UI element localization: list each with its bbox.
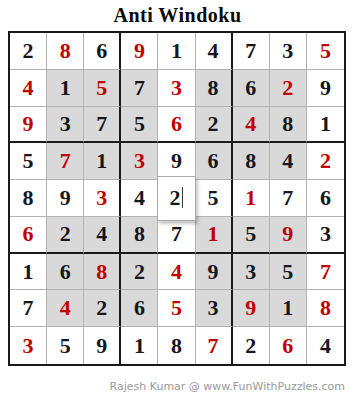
cell-digit: 7 <box>96 113 107 135</box>
cell-digit: 4 <box>171 261 182 283</box>
cell-digit: 2 <box>169 187 180 209</box>
cell-r1c2[interactable]: 8 <box>47 33 84 70</box>
cell-r5c7[interactable]: 1 <box>233 180 270 217</box>
cell-r6c9[interactable]: 3 <box>307 217 344 254</box>
cell-r3c7[interactable]: 4 <box>233 107 270 144</box>
cell-digit: 2 <box>23 40 34 62</box>
cell-r5c6[interactable]: 5 <box>196 180 233 217</box>
cell-r8c8[interactable]: 1 <box>270 290 307 327</box>
cell-digit: 3 <box>320 223 331 245</box>
cell-r1c6[interactable]: 4 <box>196 33 233 70</box>
cell-digit: 8 <box>171 335 182 357</box>
cell-digit: 4 <box>320 335 331 357</box>
cell-digit: 7 <box>208 335 219 357</box>
cell-r2c3[interactable]: 5 <box>84 70 121 107</box>
cell-digit: 8 <box>208 77 219 99</box>
cell-r2c7[interactable]: 6 <box>233 70 270 107</box>
cell-digit: 5 <box>320 40 331 62</box>
cell-r7c2[interactable]: 6 <box>47 254 84 291</box>
cell-digit: 4 <box>96 223 107 245</box>
cell-digit: 2 <box>60 223 71 245</box>
cell-digit: 4 <box>208 40 219 62</box>
cell-digit: 6 <box>23 223 34 245</box>
cell-r6c3[interactable]: 4 <box>84 217 121 254</box>
cell-digit: 6 <box>282 335 293 357</box>
cell-digit: 8 <box>60 40 71 62</box>
cell-digit: 6 <box>134 297 145 319</box>
cell-digit: 4 <box>282 150 293 172</box>
cell-digit: 8 <box>320 297 331 319</box>
cell-r3c6[interactable]: 2 <box>196 107 233 144</box>
cell-r6c2[interactable]: 2 <box>47 217 84 254</box>
cell-r3c3[interactable]: 7 <box>84 107 121 144</box>
cell-r2c4[interactable]: 7 <box>121 70 158 107</box>
cell-r5c5[interactable]: 2 <box>158 180 195 217</box>
cell-digit: 9 <box>23 113 34 135</box>
cell-digit: 6 <box>96 40 107 62</box>
cell-r8c9[interactable]: 8 <box>307 290 344 327</box>
cell-r5c8[interactable]: 7 <box>270 180 307 217</box>
cell-r9c7[interactable]: 2 <box>233 327 270 364</box>
cell-digit: 3 <box>208 297 219 319</box>
cell-r5c4[interactable]: 4 <box>121 180 158 217</box>
cell-r8c6[interactable]: 3 <box>196 290 233 327</box>
cell-r7c3[interactable]: 8 <box>84 254 121 291</box>
cell-digit: 7 <box>60 150 71 172</box>
cell-digit: 3 <box>134 150 145 172</box>
cell-r6c1[interactable]: 6 <box>10 217 47 254</box>
cell-r9c1[interactable]: 3 <box>10 327 47 364</box>
credit-line: Rajesh Kumar @ www.FunWithPuzzles.com <box>0 380 345 393</box>
cell-digit: 5 <box>134 113 145 135</box>
cell-digit: 1 <box>245 187 256 209</box>
cell-r7c6[interactable]: 9 <box>196 254 233 291</box>
cell-digit: 7 <box>23 297 34 319</box>
cell-digit: 7 <box>282 187 293 209</box>
cell-digit: 9 <box>60 187 71 209</box>
cell-digit: 1 <box>282 297 293 319</box>
cell-digit: 2 <box>245 335 256 357</box>
cell-r9c2[interactable]: 5 <box>47 327 84 364</box>
cell-r8c5[interactable]: 5 <box>158 290 195 327</box>
cell-digit: 1 <box>320 113 331 135</box>
cell-digit: 8 <box>245 150 256 172</box>
cell-r3c8[interactable]: 8 <box>270 107 307 144</box>
cell-r8c4[interactable]: 6 <box>121 290 158 327</box>
cell-r6c8[interactable]: 9 <box>270 217 307 254</box>
cell-digit: 6 <box>245 77 256 99</box>
cell-r7c8[interactable]: 5 <box>270 254 307 291</box>
cell-r8c3[interactable]: 2 <box>84 290 121 327</box>
cell-digit: 4 <box>60 297 71 319</box>
cell-digit: 3 <box>23 335 34 357</box>
cell-r9c8[interactable]: 6 <box>270 327 307 364</box>
cell-r4c6[interactable]: 6 <box>196 143 233 180</box>
cell-r9c9[interactable]: 4 <box>307 327 344 364</box>
cell-r9c3[interactable]: 9 <box>84 327 121 364</box>
cell-r5c2[interactable]: 9 <box>47 180 84 217</box>
cell-r1c1[interactable]: 2 <box>10 33 47 70</box>
cell-r1c9[interactable]: 5 <box>307 33 344 70</box>
cell-r3c9[interactable]: 1 <box>307 107 344 144</box>
cell-digit: 1 <box>23 261 34 283</box>
cell-r1c4[interactable]: 9 <box>121 33 158 70</box>
cell-r4c1[interactable]: 5 <box>10 143 47 180</box>
cell-digit: 4 <box>134 187 145 209</box>
cell-digit: 5 <box>171 297 182 319</box>
cell-digit: 2 <box>320 150 331 172</box>
cell-r5c3[interactable]: 3 <box>84 180 121 217</box>
cell-digit: 5 <box>23 150 34 172</box>
cell-r3c5[interactable]: 6 <box>158 107 195 144</box>
cell-r4c7[interactable]: 8 <box>233 143 270 180</box>
cell-r9c5[interactable]: 8 <box>158 327 195 364</box>
cell-r4c4[interactable]: 3 <box>121 143 158 180</box>
cell-digit: 9 <box>245 297 256 319</box>
cell-digit: 6 <box>208 150 219 172</box>
cell-digit: 2 <box>134 261 145 283</box>
cell-digit: 9 <box>282 223 293 245</box>
cell-r6c7[interactable]: 5 <box>233 217 270 254</box>
cell-digit: 7 <box>134 77 145 99</box>
cell-digit: 9 <box>96 335 107 357</box>
cell-r3c2[interactable]: 3 <box>47 107 84 144</box>
cell-r8c7[interactable]: 9 <box>233 290 270 327</box>
cell-r1c8[interactable]: 3 <box>270 33 307 70</box>
cell-digit: 2 <box>96 297 107 319</box>
cell-digit: 6 <box>60 261 71 283</box>
cell-digit: 1 <box>134 335 145 357</box>
cell-r6c6[interactable]: 1 <box>196 217 233 254</box>
cell-digit: 9 <box>134 40 145 62</box>
cell-r1c7[interactable]: 7 <box>233 33 270 70</box>
cell-r3c4[interactable]: 5 <box>121 107 158 144</box>
cell-r9c4[interactable]: 1 <box>121 327 158 364</box>
cell-r5c9[interactable]: 6 <box>307 180 344 217</box>
cell-r8c2[interactable]: 4 <box>47 290 84 327</box>
cell-digit: 8 <box>96 261 107 283</box>
cell-r1c5[interactable]: 1 <box>158 33 195 70</box>
cell-r7c4[interactable]: 2 <box>121 254 158 291</box>
cell-r2c5[interactable]: 3 <box>158 70 195 107</box>
cell-digit: 8 <box>134 223 145 245</box>
cell-r4c2[interactable]: 7 <box>47 143 84 180</box>
cell-r2c6[interactable]: 8 <box>196 70 233 107</box>
cell-r6c4[interactable]: 8 <box>121 217 158 254</box>
puzzle-title: Anti Windoku <box>0 4 355 27</box>
cell-digit: 5 <box>96 77 107 99</box>
cell-digit: 1 <box>208 223 219 245</box>
text-caret <box>182 187 183 208</box>
cell-r4c3[interactable]: 1 <box>84 143 121 180</box>
cell-r2c2[interactable]: 1 <box>47 70 84 107</box>
cell-digit: 2 <box>282 77 293 99</box>
cell-digit: 6 <box>171 113 182 135</box>
cell-digit: 1 <box>60 77 71 99</box>
cell-digit: 5 <box>282 261 293 283</box>
cell-r8c1[interactable]: 7 <box>10 290 47 327</box>
cell-r2c8[interactable]: 2 <box>270 70 307 107</box>
cell-digit: 9 <box>320 77 331 99</box>
cell-r9c6[interactable]: 7 <box>196 327 233 364</box>
cell-r6c5[interactable]: 7 <box>158 217 195 254</box>
cell-r5c1[interactable]: 8 <box>10 180 47 217</box>
cell-r7c9[interactable]: 7 <box>307 254 344 291</box>
cell-r4c9[interactable]: 2 <box>307 143 344 180</box>
cell-digit: 2 <box>208 113 219 135</box>
cell-digit: 5 <box>245 223 256 245</box>
cell-digit: 4 <box>23 77 34 99</box>
cell-digit: 8 <box>23 187 34 209</box>
cell-digit: 8 <box>282 113 293 135</box>
cell-digit: 1 <box>171 40 182 62</box>
cell-r1c3[interactable]: 6 <box>84 33 121 70</box>
cell-r2c9[interactable]: 9 <box>307 70 344 107</box>
cell-digit: 7 <box>245 40 256 62</box>
cell-r7c5[interactable]: 4 <box>158 254 195 291</box>
cell-digit: 4 <box>245 113 256 135</box>
cell-digit: 3 <box>96 187 107 209</box>
cell-digit: 3 <box>245 261 256 283</box>
cell-digit: 3 <box>171 77 182 99</box>
cell-r7c1[interactable]: 1 <box>10 254 47 291</box>
cell-digit: 9 <box>208 261 219 283</box>
cell-r4c5[interactable]: 9 <box>158 143 195 180</box>
cell-digit: 7 <box>320 261 331 283</box>
sudoku-grid: 2869147354157386299375624815713968428934… <box>8 31 346 366</box>
cell-r4c8[interactable]: 4 <box>270 143 307 180</box>
cell-digit: 5 <box>60 335 71 357</box>
cell-r3c1[interactable]: 9 <box>10 107 47 144</box>
cell-r7c7[interactable]: 3 <box>233 254 270 291</box>
cell-digit: 3 <box>60 113 71 135</box>
cell-digit: 5 <box>208 187 219 209</box>
cell-digit: 1 <box>96 150 107 172</box>
cell-digit: 3 <box>282 40 293 62</box>
cell-digit: 6 <box>320 187 331 209</box>
cell-r2c1[interactable]: 4 <box>10 70 47 107</box>
cell-digit: 7 <box>171 223 182 245</box>
cell-digit: 9 <box>171 150 182 172</box>
